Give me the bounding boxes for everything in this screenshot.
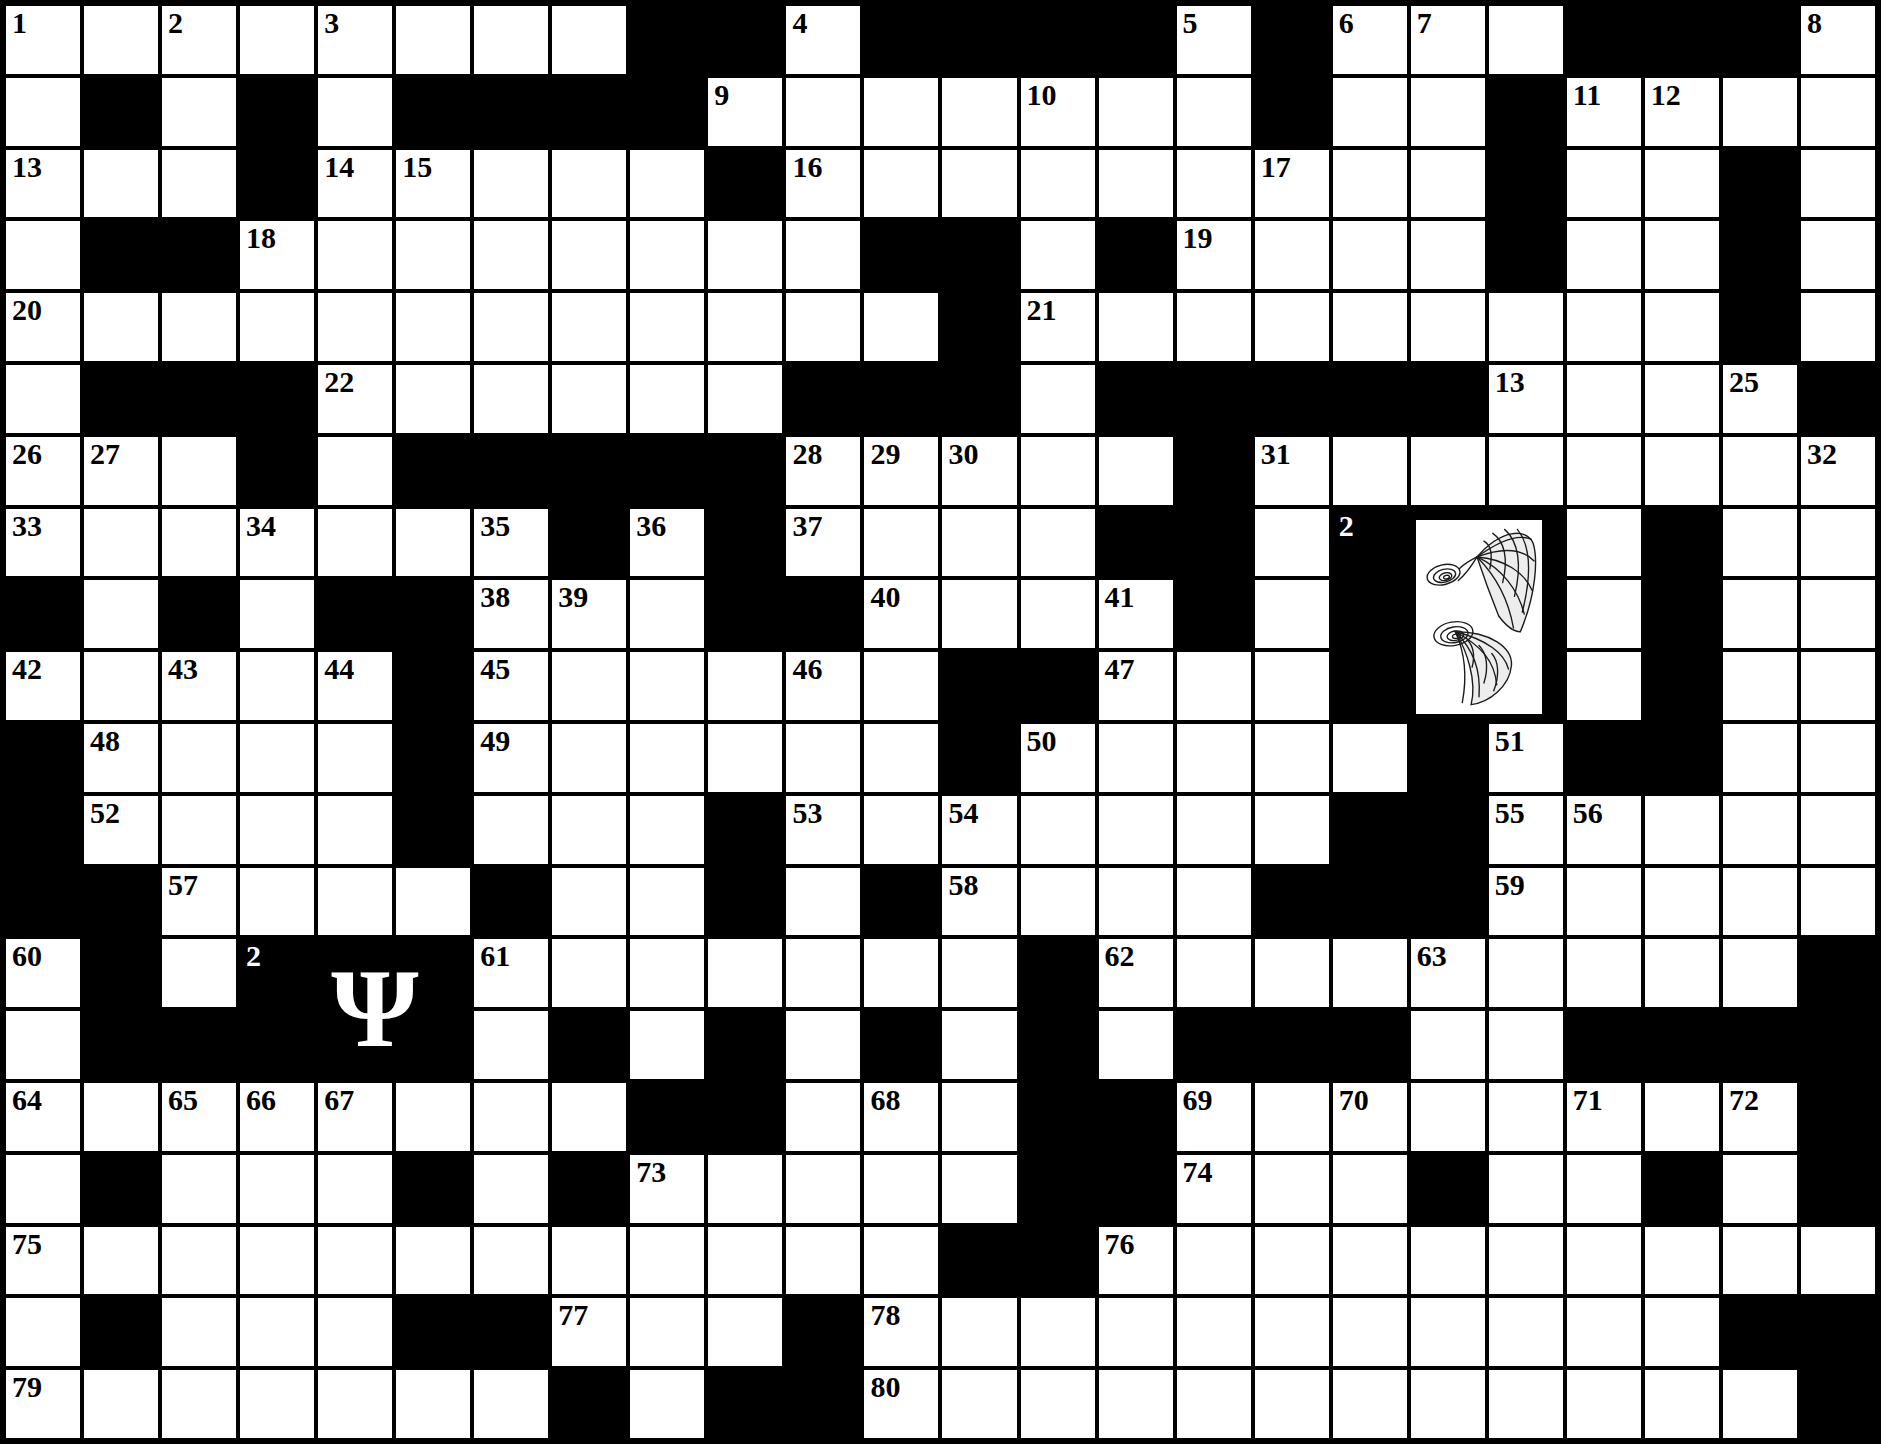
grid-cell[interactable] — [1801, 150, 1875, 218]
grid-cell[interactable] — [1333, 1227, 1407, 1295]
grid-cell[interactable] — [864, 724, 938, 792]
grid-cell[interactable] — [84, 1083, 158, 1151]
grid-cell[interactable] — [1021, 150, 1095, 218]
grid-cell[interactable] — [162, 1155, 236, 1223]
grid-cell[interactable] — [1489, 1227, 1563, 1295]
grid-cell[interactable]: 27 — [84, 437, 158, 505]
grid-cell[interactable] — [162, 1370, 236, 1438]
grid-cell[interactable]: 44 — [318, 652, 392, 720]
grid-cell[interactable]: 6 — [1333, 6, 1407, 74]
grid-cell[interactable] — [1411, 1083, 1485, 1151]
grid-cell[interactable] — [1567, 221, 1641, 289]
grid-cell[interactable] — [1801, 293, 1875, 361]
grid-cell[interactable]: 18 — [240, 221, 314, 289]
grid-cell[interactable] — [786, 293, 860, 361]
grid-cell[interactable] — [1333, 293, 1407, 361]
grid-cell[interactable] — [1801, 1227, 1875, 1295]
grid-cell[interactable] — [1177, 868, 1251, 936]
grid-cell[interactable] — [318, 868, 392, 936]
grid-cell[interactable]: 66 — [240, 1083, 314, 1151]
grid-cell[interactable] — [708, 365, 782, 433]
grid-cell[interactable] — [864, 652, 938, 720]
grid-cell[interactable] — [396, 1227, 470, 1295]
grid-cell[interactable] — [1567, 509, 1641, 577]
grid-cell[interactable] — [6, 221, 80, 289]
grid-cell[interactable] — [1333, 221, 1407, 289]
grid-cell[interactable]: 77 — [552, 1298, 626, 1366]
grid-cell[interactable]: 20 — [6, 293, 80, 361]
grid-cell[interactable] — [84, 6, 158, 74]
grid-cell[interactable] — [1255, 293, 1329, 361]
grid-cell[interactable] — [1255, 1370, 1329, 1438]
grid-cell[interactable] — [6, 78, 80, 146]
grid-cell[interactable] — [1255, 796, 1329, 864]
grid-cell[interactable] — [1645, 150, 1719, 218]
grid-cell[interactable] — [162, 293, 236, 361]
grid-cell[interactable]: 65 — [162, 1083, 236, 1151]
grid-cell[interactable] — [1099, 1011, 1173, 1079]
grid-cell[interactable] — [1567, 1370, 1641, 1438]
grid-cell[interactable] — [1567, 1298, 1641, 1366]
grid-cell[interactable] — [318, 1370, 392, 1438]
grid-cell[interactable] — [552, 221, 626, 289]
grid-cell[interactable] — [318, 509, 392, 577]
grid-cell[interactable]: 55 — [1489, 796, 1563, 864]
grid-cell[interactable] — [1567, 1155, 1641, 1223]
grid-cell[interactable] — [1723, 78, 1797, 146]
grid-cell[interactable] — [1021, 796, 1095, 864]
grid-cell[interactable] — [1645, 796, 1719, 864]
grid-cell[interactable] — [1333, 78, 1407, 146]
grid-cell[interactable] — [1723, 939, 1797, 1007]
grid-cell[interactable] — [942, 580, 1016, 648]
grid-cell[interactable]: 43 — [162, 652, 236, 720]
grid-cell[interactable]: 53 — [786, 796, 860, 864]
grid-cell[interactable] — [84, 150, 158, 218]
grid-cell[interactable] — [1489, 939, 1563, 1007]
grid-cell[interactable] — [1801, 724, 1875, 792]
grid-cell[interactable] — [1255, 1227, 1329, 1295]
grid-cell[interactable] — [1645, 939, 1719, 1007]
grid-cell[interactable] — [1801, 868, 1875, 936]
grid-cell[interactable]: 42 — [6, 652, 80, 720]
grid-cell[interactable] — [162, 78, 236, 146]
grid-cell[interactable]: 73 — [630, 1155, 704, 1223]
grid-cell[interactable] — [1177, 939, 1251, 1007]
grid-cell[interactable]: 13 — [1489, 365, 1563, 433]
grid-cell[interactable] — [1411, 150, 1485, 218]
grid-cell[interactable] — [474, 1155, 548, 1223]
grid-cell[interactable] — [1177, 1370, 1251, 1438]
grid-cell[interactable] — [1645, 1370, 1719, 1438]
grid-cell[interactable] — [942, 939, 1016, 1007]
grid-cell[interactable]: 68 — [864, 1083, 938, 1151]
grid-cell[interactable] — [240, 796, 314, 864]
grid-cell[interactable] — [942, 1011, 1016, 1079]
grid-cell[interactable] — [162, 437, 236, 505]
grid-cell[interactable] — [1645, 868, 1719, 936]
grid-cell[interactable]: 33 — [6, 509, 80, 577]
grid-cell[interactable] — [240, 293, 314, 361]
grid-cell[interactable] — [6, 1011, 80, 1079]
grid-cell[interactable] — [552, 939, 626, 1007]
grid-cell[interactable] — [1177, 652, 1251, 720]
grid-cell[interactable] — [318, 796, 392, 864]
grid-cell[interactable] — [162, 1227, 236, 1295]
grid-cell[interactable] — [474, 6, 548, 74]
grid-cell[interactable] — [1177, 724, 1251, 792]
grid-cell[interactable]: 15 — [396, 150, 470, 218]
grid-cell[interactable]: 26 — [6, 437, 80, 505]
grid-cell[interactable] — [942, 1370, 1016, 1438]
grid-cell[interactable] — [1567, 1227, 1641, 1295]
grid-cell[interactable] — [1177, 78, 1251, 146]
grid-cell[interactable] — [1411, 1011, 1485, 1079]
grid-cell[interactable]: 29 — [864, 437, 938, 505]
grid-cell[interactable] — [864, 796, 938, 864]
grid-cell[interactable] — [162, 939, 236, 1007]
grid-cell[interactable] — [630, 724, 704, 792]
grid-cell[interactable] — [1723, 1155, 1797, 1223]
grid-cell[interactable] — [1801, 78, 1875, 146]
grid-cell[interactable]: 12 — [1645, 78, 1719, 146]
grid-cell[interactable] — [1723, 580, 1797, 648]
grid-cell[interactable] — [396, 6, 470, 74]
grid-cell[interactable] — [1177, 1298, 1251, 1366]
grid-cell[interactable] — [318, 221, 392, 289]
grid-cell[interactable] — [630, 365, 704, 433]
grid-cell[interactable] — [942, 1155, 1016, 1223]
grid-cell[interactable]: 21 — [1021, 293, 1095, 361]
grid-cell[interactable] — [1021, 580, 1095, 648]
grid-cell[interactable] — [396, 365, 470, 433]
grid-cell[interactable] — [6, 365, 80, 433]
grid-cell[interactable] — [1099, 1298, 1173, 1366]
grid-cell[interactable] — [1411, 1298, 1485, 1366]
grid-cell[interactable]: 49 — [474, 724, 548, 792]
grid-cell[interactable] — [1645, 437, 1719, 505]
grid-cell[interactable] — [864, 293, 938, 361]
grid-cell[interactable] — [708, 221, 782, 289]
grid-cell[interactable] — [1333, 1298, 1407, 1366]
grid-cell[interactable] — [396, 221, 470, 289]
grid-cell[interactable] — [708, 1155, 782, 1223]
grid-cell[interactable] — [1801, 221, 1875, 289]
grid-cell[interactable] — [1723, 1227, 1797, 1295]
grid-cell[interactable]: 61 — [474, 939, 548, 1007]
grid-cell[interactable] — [1021, 221, 1095, 289]
grid-cell[interactable] — [864, 1227, 938, 1295]
grid-cell[interactable] — [708, 1298, 782, 1366]
grid-cell[interactable] — [1333, 150, 1407, 218]
grid-cell[interactable] — [1099, 78, 1173, 146]
grid-cell[interactable] — [1255, 652, 1329, 720]
grid-cell[interactable] — [1177, 150, 1251, 218]
grid-cell[interactable] — [162, 1298, 236, 1366]
grid-cell[interactable] — [1099, 293, 1173, 361]
grid-cell[interactable] — [84, 1227, 158, 1295]
grid-cell[interactable] — [630, 1370, 704, 1438]
grid-cell[interactable] — [552, 293, 626, 361]
grid-cell[interactable] — [1567, 293, 1641, 361]
grid-cell[interactable] — [240, 1298, 314, 1366]
grid-cell[interactable]: 11 — [1567, 78, 1641, 146]
grid-cell[interactable] — [630, 939, 704, 1007]
grid-cell[interactable] — [1801, 796, 1875, 864]
grid-cell[interactable]: 2 — [162, 6, 236, 74]
grid-cell[interactable]: 80 — [864, 1370, 938, 1438]
grid-cell[interactable] — [1489, 1083, 1563, 1151]
grid-cell[interactable] — [1645, 1083, 1719, 1151]
grid-cell[interactable] — [240, 6, 314, 74]
grid-cell[interactable] — [162, 796, 236, 864]
grid-cell[interactable] — [1333, 1370, 1407, 1438]
grid-cell[interactable] — [1723, 724, 1797, 792]
grid-cell[interactable] — [552, 1227, 626, 1295]
grid-cell[interactable]: 7 — [1411, 6, 1485, 74]
grid-cell[interactable] — [1567, 939, 1641, 1007]
grid-cell[interactable] — [1333, 437, 1407, 505]
grid-cell[interactable] — [1645, 1298, 1719, 1366]
grid-cell[interactable] — [240, 580, 314, 648]
grid-cell[interactable] — [1255, 939, 1329, 1007]
grid-cell[interactable] — [630, 652, 704, 720]
grid-cell[interactable] — [162, 150, 236, 218]
grid-cell[interactable] — [630, 868, 704, 936]
grid-cell[interactable] — [1021, 437, 1095, 505]
grid-cell[interactable] — [1645, 293, 1719, 361]
grid-cell[interactable]: 10 — [1021, 78, 1095, 146]
grid-cell[interactable] — [1567, 437, 1641, 505]
grid-cell[interactable] — [474, 150, 548, 218]
grid-cell[interactable] — [1177, 1227, 1251, 1295]
grid-cell[interactable]: 16 — [786, 150, 860, 218]
grid-cell[interactable]: 58 — [942, 868, 1016, 936]
grid-cell[interactable]: 4 — [786, 6, 860, 74]
grid-cell[interactable] — [6, 1155, 80, 1223]
grid-cell[interactable] — [786, 1083, 860, 1151]
grid-cell[interactable] — [1723, 796, 1797, 864]
grid-cell[interactable] — [1099, 150, 1173, 218]
grid-cell[interactable] — [474, 1370, 548, 1438]
grid-cell[interactable] — [786, 1227, 860, 1295]
grid-cell[interactable] — [1801, 509, 1875, 577]
grid-cell[interactable] — [1021, 868, 1095, 936]
grid-cell[interactable] — [1489, 1155, 1563, 1223]
grid-cell[interactable] — [552, 796, 626, 864]
grid-cell[interactable] — [1723, 1370, 1797, 1438]
grid-cell[interactable]: 54 — [942, 796, 1016, 864]
grid-cell[interactable] — [240, 1155, 314, 1223]
grid-cell[interactable]: 50 — [1021, 724, 1095, 792]
grid-cell[interactable]: 57 — [162, 868, 236, 936]
grid-cell[interactable] — [942, 1298, 1016, 1366]
grid-cell[interactable] — [552, 6, 626, 74]
grid-cell[interactable]: 48 — [84, 724, 158, 792]
grid-cell[interactable] — [786, 78, 860, 146]
grid-cell[interactable] — [162, 724, 236, 792]
grid-cell[interactable] — [1801, 580, 1875, 648]
grid-cell[interactable] — [786, 221, 860, 289]
grid-cell[interactable] — [864, 78, 938, 146]
grid-cell[interactable] — [318, 1155, 392, 1223]
grid-cell[interactable] — [396, 293, 470, 361]
grid-cell[interactable] — [1723, 437, 1797, 505]
grid-cell[interactable] — [240, 1227, 314, 1295]
grid-cell[interactable]: 1 — [6, 6, 80, 74]
grid-cell[interactable]: 39 — [552, 580, 626, 648]
grid-cell[interactable]: 28 — [786, 437, 860, 505]
grid-cell[interactable] — [396, 1083, 470, 1151]
grid-cell[interactable] — [1567, 365, 1641, 433]
grid-cell[interactable] — [1099, 1370, 1173, 1438]
grid-cell[interactable] — [318, 78, 392, 146]
grid-cell[interactable] — [708, 652, 782, 720]
grid-cell[interactable]: 71 — [1567, 1083, 1641, 1151]
grid-cell[interactable]: 32 — [1801, 437, 1875, 505]
grid-cell[interactable] — [1255, 1083, 1329, 1151]
grid-cell[interactable]: 74 — [1177, 1155, 1251, 1223]
grid-cell[interactable] — [1567, 868, 1641, 936]
grid-cell[interactable]: 62 — [1099, 939, 1173, 1007]
grid-cell[interactable] — [1021, 1370, 1095, 1438]
grid-cell[interactable] — [708, 724, 782, 792]
grid-cell[interactable] — [1255, 1298, 1329, 1366]
grid-cell[interactable] — [552, 868, 626, 936]
grid-cell[interactable] — [84, 652, 158, 720]
grid-cell[interactable]: 70 — [1333, 1083, 1407, 1151]
grid-cell[interactable] — [84, 509, 158, 577]
grid-cell[interactable] — [1099, 437, 1173, 505]
grid-cell[interactable]: 25 — [1723, 365, 1797, 433]
grid-cell[interactable] — [1099, 796, 1173, 864]
grid-cell[interactable]: 35 — [474, 509, 548, 577]
grid-cell[interactable] — [864, 939, 938, 1007]
grid-cell[interactable] — [630, 1011, 704, 1079]
grid-cell[interactable] — [1723, 652, 1797, 720]
grid-cell[interactable] — [630, 580, 704, 648]
grid-cell[interactable] — [474, 221, 548, 289]
grid-cell[interactable]: 40 — [864, 580, 938, 648]
grid-cell[interactable] — [552, 652, 626, 720]
grid-cell[interactable] — [84, 1370, 158, 1438]
grid-cell[interactable] — [630, 796, 704, 864]
grid-cell[interactable]: 41 — [1099, 580, 1173, 648]
grid-cell[interactable] — [786, 868, 860, 936]
grid-cell[interactable]: 78 — [864, 1298, 938, 1366]
grid-cell[interactable] — [786, 939, 860, 1007]
grid-cell[interactable]: 64 — [6, 1083, 80, 1151]
grid-cell[interactable] — [708, 939, 782, 1007]
grid-cell[interactable] — [1723, 868, 1797, 936]
grid-cell[interactable] — [1567, 652, 1641, 720]
grid-cell[interactable]: 34 — [240, 509, 314, 577]
grid-cell[interactable] — [1333, 939, 1407, 1007]
grid-cell[interactable] — [1645, 1227, 1719, 1295]
grid-cell[interactable] — [84, 580, 158, 648]
grid-cell[interactable] — [864, 509, 938, 577]
grid-cell[interactable] — [240, 652, 314, 720]
grid-cell[interactable] — [474, 796, 548, 864]
grid-cell[interactable] — [1723, 509, 1797, 577]
grid-cell[interactable] — [552, 365, 626, 433]
grid-cell[interactable] — [786, 724, 860, 792]
grid-cell[interactable] — [1489, 1370, 1563, 1438]
grid-cell[interactable] — [396, 509, 470, 577]
grid-cell[interactable] — [1645, 365, 1719, 433]
grid-cell[interactable]: 60 — [6, 939, 80, 1007]
grid-cell[interactable] — [396, 1370, 470, 1438]
grid-cell[interactable] — [1099, 724, 1173, 792]
grid-cell[interactable] — [1489, 437, 1563, 505]
grid-cell[interactable]: 75 — [6, 1227, 80, 1295]
grid-cell[interactable]: 72 — [1723, 1083, 1797, 1151]
grid-cell[interactable] — [552, 1083, 626, 1151]
grid-cell[interactable] — [474, 293, 548, 361]
grid-cell[interactable] — [1177, 796, 1251, 864]
grid-cell[interactable] — [474, 365, 548, 433]
grid-cell[interactable] — [1411, 437, 1485, 505]
grid-cell[interactable]: 76 — [1099, 1227, 1173, 1295]
grid-cell[interactable]: 31 — [1255, 437, 1329, 505]
grid-cell[interactable]: 45 — [474, 652, 548, 720]
grid-cell[interactable] — [1333, 1155, 1407, 1223]
grid-cell[interactable] — [1489, 1011, 1563, 1079]
grid-cell[interactable] — [84, 293, 158, 361]
grid-cell[interactable]: 5 — [1177, 6, 1251, 74]
grid-cell[interactable]: 14 — [318, 150, 392, 218]
grid-cell[interactable] — [474, 1011, 548, 1079]
grid-cell[interactable]: 22 — [318, 365, 392, 433]
grid-cell[interactable] — [318, 1227, 392, 1295]
grid-cell[interactable] — [1099, 868, 1173, 936]
grid-cell[interactable] — [318, 724, 392, 792]
grid-cell[interactable] — [630, 293, 704, 361]
grid-cell[interactable] — [1567, 150, 1641, 218]
grid-cell[interactable]: 37 — [786, 509, 860, 577]
grid-cell[interactable] — [240, 724, 314, 792]
grid-cell[interactable] — [1255, 724, 1329, 792]
grid-cell[interactable] — [318, 1298, 392, 1366]
grid-cell[interactable] — [318, 437, 392, 505]
grid-cell[interactable]: 3 — [318, 6, 392, 74]
grid-cell[interactable] — [396, 868, 470, 936]
grid-cell[interactable] — [786, 1155, 860, 1223]
grid-cell[interactable] — [786, 1011, 860, 1079]
grid-cell[interactable]: 67 — [318, 1083, 392, 1151]
grid-cell[interactable]: 46 — [786, 652, 860, 720]
grid-cell[interactable] — [1255, 509, 1329, 577]
grid-cell[interactable]: 13 — [6, 150, 80, 218]
grid-cell[interactable] — [6, 1298, 80, 1366]
grid-cell[interactable] — [864, 1155, 938, 1223]
grid-cell[interactable] — [1411, 293, 1485, 361]
grid-cell[interactable]: 56 — [1567, 796, 1641, 864]
grid-cell[interactable] — [942, 150, 1016, 218]
grid-cell[interactable] — [1255, 580, 1329, 648]
grid-cell[interactable] — [630, 150, 704, 218]
grid-cell[interactable] — [1489, 1298, 1563, 1366]
grid-cell[interactable]: 52 — [84, 796, 158, 864]
grid-cell[interactable] — [1801, 652, 1875, 720]
grid-cell[interactable] — [1021, 1298, 1095, 1366]
grid-cell[interactable]: 36 — [630, 509, 704, 577]
grid-cell[interactable] — [552, 724, 626, 792]
grid-cell[interactable] — [1567, 580, 1641, 648]
grid-cell[interactable]: 69 — [1177, 1083, 1251, 1151]
grid-cell[interactable] — [1645, 221, 1719, 289]
grid-cell[interactable] — [1255, 1155, 1329, 1223]
